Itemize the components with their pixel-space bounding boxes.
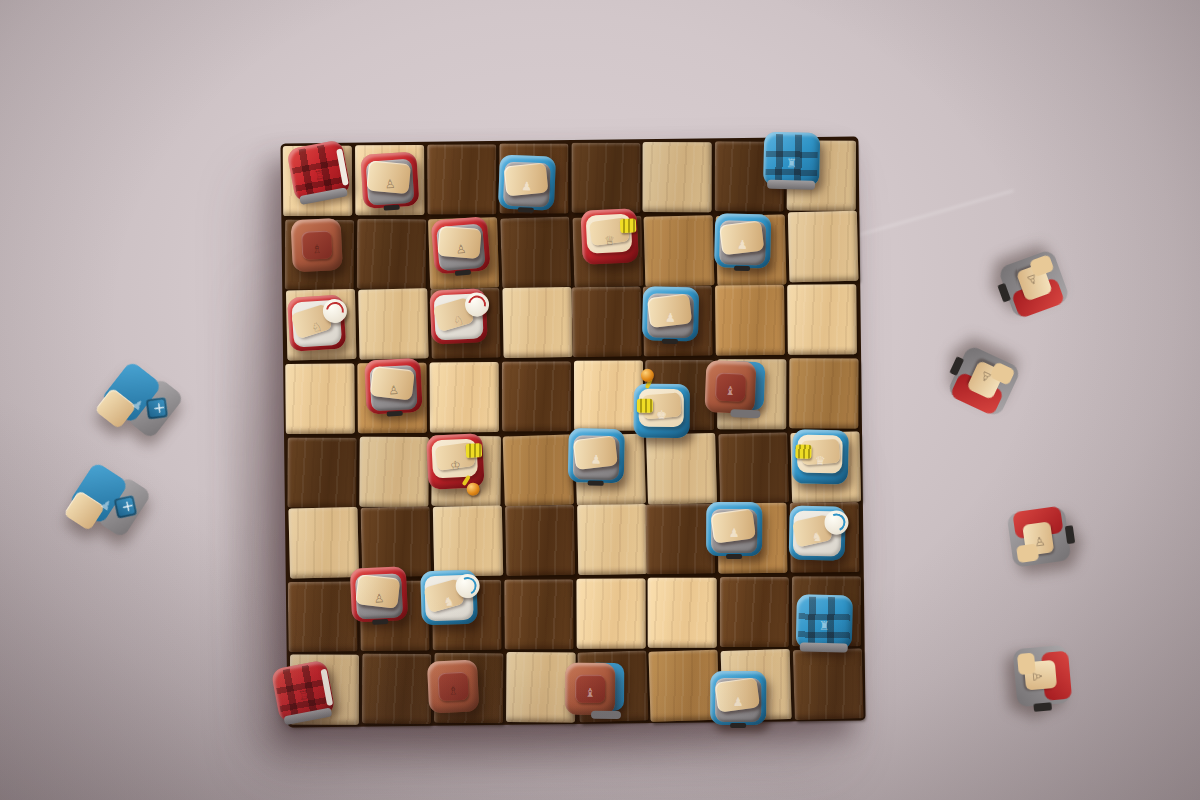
x-medallion-icon: ✕ (146, 397, 168, 419)
board-square[interactable] (571, 287, 641, 358)
chess-piece-blue-pawn[interactable]: ♟ (642, 286, 699, 341)
wood-top-icon (437, 226, 481, 259)
chess-piece-red-rook[interactable]: ♖ (286, 139, 351, 202)
rook-band (800, 642, 848, 652)
bishop-cap (301, 230, 332, 259)
clip-icon (726, 554, 742, 559)
crown-icon (620, 218, 637, 233)
chess-piece-red-knight[interactable]: ♘ (429, 288, 487, 345)
clip-icon (730, 723, 746, 728)
chess-piece-blue-pawn[interactable]: ♟ (706, 502, 762, 556)
wood-top-icon (714, 677, 760, 712)
board-square[interactable] (505, 505, 575, 576)
captured-piece-red[interactable]: ♙ (995, 246, 1073, 322)
captured-piece-red[interactable]: ♙ (944, 342, 1025, 421)
board-square[interactable] (285, 363, 354, 433)
chess-piece-blue-pawn[interactable]: ♟ (498, 154, 556, 210)
board-square[interactable] (643, 142, 712, 212)
clip-icon (384, 205, 400, 211)
chess-board: ♖♙♟♜♗♙♕♟♘♘♟♙♚♝♔♟♛♟♞♙♞♜♖♗♝♟ (280, 136, 865, 727)
board-square[interactable] (288, 581, 358, 651)
crown-icon (795, 444, 811, 458)
clip-icon (1033, 702, 1052, 712)
ball-swirl-icon (456, 575, 479, 598)
chess-piece-red-bishop[interactable]: ♗ (427, 659, 479, 713)
clip-icon (734, 266, 750, 271)
chess-piece-red-pawn[interactable]: ♙ (431, 216, 491, 274)
board-square[interactable] (427, 144, 496, 214)
clip-icon (518, 207, 534, 213)
clip-icon (387, 411, 403, 417)
bishop-cap (437, 672, 468, 701)
wood-top-icon (719, 221, 764, 256)
board-square[interactable] (646, 503, 716, 574)
board-square[interactable] (429, 362, 498, 432)
board-square[interactable] (573, 360, 642, 430)
board-square[interactable] (720, 577, 789, 647)
board-square[interactable] (788, 210, 858, 281)
board-square[interactable] (715, 285, 785, 355)
board-square[interactable] (362, 654, 431, 724)
board-square[interactable] (358, 289, 428, 360)
wood-block-icon (1016, 543, 1039, 563)
board-square[interactable] (500, 216, 571, 288)
chess-piece-red-king[interactable]: ♔ (426, 433, 484, 490)
chess-piece-blue-rook[interactable]: ♜ (763, 132, 820, 187)
chess-piece-red-pawn[interactable]: ♙ (364, 358, 422, 415)
captured-piece-blue[interactable]: ✕♟ (64, 457, 153, 545)
board-square[interactable] (357, 218, 426, 288)
wood-top-icon (710, 508, 756, 543)
rook-band (767, 180, 815, 190)
wood-top-icon (355, 574, 400, 608)
board-square[interactable] (649, 650, 720, 722)
board-square[interactable] (571, 143, 640, 213)
chess-piece-blue-king[interactable]: ♚ (634, 384, 690, 438)
wood-top-icon (573, 435, 618, 470)
board-square[interactable] (646, 432, 717, 504)
clip-icon (1065, 525, 1075, 544)
chess-piece-blue-pawn[interactable]: ♟ (714, 213, 771, 268)
board-square[interactable] (793, 649, 864, 720)
board-square[interactable] (644, 215, 715, 286)
board-square[interactable] (648, 577, 717, 647)
clip-icon (372, 619, 388, 625)
wood-top-icon (647, 293, 692, 328)
orb-icon (641, 369, 654, 382)
chess-piece-blue-bishop[interactable]: ♝ (704, 360, 756, 414)
chess-piece-red-rook[interactable]: ♖ (271, 660, 336, 723)
board-square[interactable] (504, 579, 573, 649)
wood-block-icon (1017, 653, 1036, 675)
board-square[interactable] (287, 437, 356, 507)
board-square[interactable] (502, 287, 572, 358)
chess-piece-red-bishop[interactable]: ♗ (291, 218, 343, 272)
x-medallion-icon: ✕ (114, 495, 138, 519)
board-square[interactable] (502, 434, 573, 506)
wood-top-icon (366, 160, 411, 194)
board-square[interactable] (288, 507, 358, 578)
rook-grooves-icon (765, 134, 818, 185)
rook-grooves-icon (798, 596, 851, 647)
board-square[interactable] (433, 506, 503, 577)
photo-scene: ♖♙♟♜♗♙♕♟♘♘♟♙♚♝♔♟♛♟♞♙♞♜♖♗♝♟ ✕♟✕♟♙♙♙♙ (0, 0, 1200, 800)
bishop-band (591, 711, 621, 719)
bishop-cap (575, 675, 605, 703)
captured-piece-red[interactable]: ♙ (1004, 504, 1073, 570)
chess-piece-red-pawn[interactable]: ♙ (360, 151, 419, 209)
ball-swirl-icon (825, 511, 848, 534)
wood-top-icon (370, 366, 415, 400)
chess-piece-blue-knight[interactable]: ♞ (789, 505, 846, 560)
board-square[interactable] (787, 284, 857, 354)
chess-piece-blue-bishop[interactable]: ♝ (565, 663, 615, 715)
chess-piece-red-pawn[interactable]: ♙ (350, 566, 408, 623)
crown-icon (466, 443, 483, 458)
chess-piece-blue-rook[interactable]: ♜ (796, 594, 853, 649)
crown-icon (637, 399, 653, 413)
bishop-cap (715, 372, 746, 401)
clip-icon (662, 339, 678, 344)
board-square[interactable] (576, 578, 645, 648)
wood-top-icon (504, 162, 549, 196)
chess-piece-red-queen[interactable]: ♕ (580, 208, 638, 265)
chess-piece-blue-pawn[interactable]: ♟ (710, 671, 766, 725)
chess-piece-blue-pawn[interactable]: ♟ (568, 428, 625, 483)
captured-piece-blue[interactable]: ✕♟ (96, 356, 186, 445)
board-square[interactable] (718, 432, 789, 503)
board-square[interactable] (359, 436, 428, 506)
board-square[interactable] (577, 504, 647, 575)
board-square[interactable] (789, 358, 858, 428)
clip-icon (588, 481, 604, 486)
chess-piece-blue-queen[interactable]: ♛ (792, 429, 849, 484)
chess-piece-blue-knight[interactable]: ♞ (420, 570, 478, 626)
captured-piece-red[interactable]: ♙ (1010, 643, 1073, 710)
board-square[interactable] (501, 361, 570, 431)
chess-piece-red-knight[interactable]: ♘ (287, 294, 346, 352)
bishop-band (730, 409, 760, 418)
